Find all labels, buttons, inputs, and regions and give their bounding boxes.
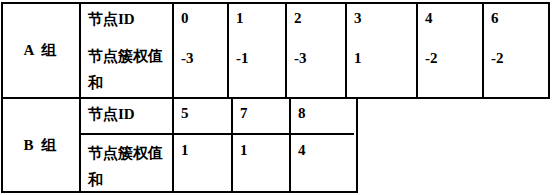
node-id: 7	[240, 105, 248, 122]
node-weight-sum: -3	[294, 50, 307, 67]
group-a-cell-3: 3 1	[347, 4, 418, 97]
node-id: 6	[491, 10, 499, 27]
group-a-cell-2: 2 -3	[287, 4, 347, 97]
node-id: 8	[298, 105, 306, 122]
node-weight-table-figure: A 组 节点ID 节点簇权值和 0 -3 1 -1 2 -3 3 1 4 -2 …	[0, 0, 552, 195]
node-weight-sum: 1	[181, 142, 189, 159]
group-b-cell-2: 8 4	[291, 99, 354, 191]
group-b-cell-1: 7 1	[233, 99, 291, 191]
node-id: 1	[236, 10, 244, 27]
node-id: 4	[425, 10, 433, 27]
group-a-label: A 组	[24, 41, 59, 60]
node-id: 5	[181, 105, 189, 122]
group-b-row2-header: 节点簇权值和	[81, 135, 172, 191]
node-weight-sum: -2	[425, 50, 438, 67]
node-id: 2	[294, 10, 302, 27]
group-b-cell-0: 5 1	[174, 99, 233, 191]
group-b-label: B 组	[24, 136, 59, 155]
node-id: 3	[354, 10, 362, 27]
group-a-cell-0: 0 -3	[174, 4, 229, 97]
group-b-row1-header: 节点ID	[81, 99, 172, 135]
group-a-row: A 组 节点ID 节点簇权值和 0 -3 1 -1 2 -3 3 1 4 -2 …	[1, 2, 550, 99]
node-weight-sum: 1	[240, 142, 248, 159]
node-id: 0	[181, 10, 189, 27]
group-b-row: B 组 节点ID 节点簇权值和 5 1 7 1	[1, 97, 358, 193]
node-weight-sum: -3	[181, 50, 194, 67]
group-a-header-cell: 节点ID 节点簇权值和	[81, 4, 174, 97]
node-weight-sum: 4	[298, 142, 306, 159]
group-b-label-cell: B 组	[3, 99, 81, 191]
group-a-row1-label: 节点ID	[88, 10, 135, 29]
group-a-cell-1: 1 -1	[229, 4, 287, 97]
group-a-row2-label: 节点簇权值和	[88, 43, 170, 97]
node-weight-sum: 1	[354, 50, 362, 67]
group-a-cell-5: 6 -2	[484, 4, 546, 97]
group-a-label-cell: A 组	[3, 4, 81, 97]
group-b-row1-label: 节点ID	[88, 105, 135, 124]
group-b-row2-label: 节点簇权值和	[88, 140, 170, 194]
group-b-header-cell: 节点ID 节点簇权值和	[81, 99, 174, 191]
node-weight-sum: -1	[236, 50, 249, 67]
group-a-cell-4: 4 -2	[418, 4, 484, 97]
node-weight-sum: -2	[491, 50, 504, 67]
